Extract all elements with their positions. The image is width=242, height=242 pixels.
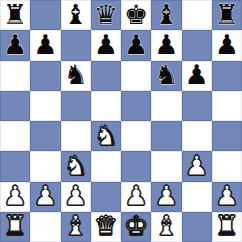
square-a6[interactable]: [0, 61, 30, 91]
square-e1[interactable]: ♚: [121, 212, 151, 242]
piece-black-king[interactable]: ♚: [124, 1, 148, 28]
piece-black-pawn[interactable]: ♟: [3, 31, 27, 58]
square-c2[interactable]: ♟: [61, 182, 91, 212]
piece-white-pawn[interactable]: ♟: [215, 182, 239, 209]
piece-black-bishop[interactable]: ♝: [64, 1, 88, 28]
piece-white-knight[interactable]: ♞: [94, 122, 118, 149]
square-h3[interactable]: [212, 151, 242, 181]
piece-white-knight[interactable]: ♞: [64, 152, 88, 179]
square-g6[interactable]: ♟: [182, 61, 212, 91]
square-b7[interactable]: ♟: [30, 30, 60, 60]
square-f4[interactable]: [151, 121, 181, 151]
piece-white-pawn[interactable]: ♟: [124, 182, 148, 209]
square-f3[interactable]: [151, 151, 181, 181]
piece-white-pawn[interactable]: ♟: [3, 182, 27, 209]
piece-white-pawn[interactable]: ♟: [185, 152, 209, 179]
square-c8[interactable]: ♝: [61, 0, 91, 30]
piece-white-pawn[interactable]: ♟: [154, 182, 178, 209]
square-e2[interactable]: ♟: [121, 182, 151, 212]
square-f6[interactable]: ♞: [151, 61, 181, 91]
piece-black-knight[interactable]: ♞: [64, 61, 88, 88]
square-e4[interactable]: [121, 121, 151, 151]
square-a1[interactable]: ♜: [0, 212, 30, 242]
square-d8[interactable]: ♛: [91, 0, 121, 30]
square-c1[interactable]: ♝: [61, 212, 91, 242]
square-h6[interactable]: [212, 61, 242, 91]
square-d5[interactable]: [91, 91, 121, 121]
square-g1[interactable]: [182, 212, 212, 242]
square-c5[interactable]: [61, 91, 91, 121]
piece-black-rook[interactable]: ♜: [3, 1, 27, 28]
piece-black-bishop[interactable]: ♝: [154, 1, 178, 28]
square-a2[interactable]: ♟: [0, 182, 30, 212]
square-f8[interactable]: ♝: [151, 0, 181, 30]
board-container: ♜♝♛♚♝♜♟♟♟♟♟♟♞♞♟♞♞♟♟♟♟♟♟♟♜♝♛♚♝♜: [0, 0, 242, 242]
square-c6[interactable]: ♞: [61, 61, 91, 91]
square-b4[interactable]: [30, 121, 60, 151]
square-a3[interactable]: [0, 151, 30, 181]
square-g3[interactable]: ♟: [182, 151, 212, 181]
square-a8[interactable]: ♜: [0, 0, 30, 30]
square-f2[interactable]: ♟: [151, 182, 181, 212]
chess-board: ♜♝♛♚♝♜♟♟♟♟♟♟♞♞♟♞♞♟♟♟♟♟♟♟♜♝♛♚♝♜: [0, 0, 242, 242]
square-d6[interactable]: [91, 61, 121, 91]
piece-white-bishop[interactable]: ♝: [64, 212, 88, 239]
square-a4[interactable]: [0, 121, 30, 151]
piece-black-knight[interactable]: ♞: [154, 61, 178, 88]
piece-white-queen[interactable]: ♛: [94, 212, 118, 239]
piece-white-pawn[interactable]: ♟: [33, 182, 57, 209]
square-b2[interactable]: ♟: [30, 182, 60, 212]
square-g7[interactable]: [182, 30, 212, 60]
square-a5[interactable]: [0, 91, 30, 121]
square-f7[interactable]: ♟: [151, 30, 181, 60]
square-d7[interactable]: ♟: [91, 30, 121, 60]
piece-white-pawn[interactable]: ♟: [64, 182, 88, 209]
piece-black-rook[interactable]: ♜: [215, 1, 239, 28]
square-b8[interactable]: [30, 0, 60, 30]
square-e7[interactable]: ♟: [121, 30, 151, 60]
square-h1[interactable]: ♜: [212, 212, 242, 242]
square-c4[interactable]: [61, 121, 91, 151]
square-g5[interactable]: [182, 91, 212, 121]
square-e6[interactable]: [121, 61, 151, 91]
piece-black-pawn[interactable]: ♟: [154, 31, 178, 58]
piece-black-pawn[interactable]: ♟: [185, 61, 209, 88]
square-c7[interactable]: [61, 30, 91, 60]
square-c3[interactable]: ♞: [61, 151, 91, 181]
square-d1[interactable]: ♛: [91, 212, 121, 242]
square-b6[interactable]: [30, 61, 60, 91]
piece-white-bishop[interactable]: ♝: [154, 212, 178, 239]
square-g2[interactable]: [182, 182, 212, 212]
square-b3[interactable]: [30, 151, 60, 181]
square-f5[interactable]: [151, 91, 181, 121]
piece-black-pawn[interactable]: ♟: [33, 31, 57, 58]
square-e3[interactable]: [121, 151, 151, 181]
square-d3[interactable]: [91, 151, 121, 181]
square-d2[interactable]: [91, 182, 121, 212]
square-h2[interactable]: ♟: [212, 182, 242, 212]
square-d4[interactable]: ♞: [91, 121, 121, 151]
piece-black-queen[interactable]: ♛: [94, 1, 118, 28]
square-h8[interactable]: ♜: [212, 0, 242, 30]
square-a7[interactable]: ♟: [0, 30, 30, 60]
piece-black-pawn[interactable]: ♟: [94, 31, 118, 58]
piece-black-pawn[interactable]: ♟: [124, 31, 148, 58]
piece-white-rook[interactable]: ♜: [3, 212, 27, 239]
piece-black-pawn[interactable]: ♟: [215, 31, 239, 58]
square-g8[interactable]: [182, 0, 212, 30]
square-h4[interactable]: [212, 121, 242, 151]
square-e8[interactable]: ♚: [121, 0, 151, 30]
square-g4[interactable]: [182, 121, 212, 151]
piece-white-king[interactable]: ♚: [124, 212, 148, 239]
square-f1[interactable]: ♝: [151, 212, 181, 242]
square-h7[interactable]: ♟: [212, 30, 242, 60]
piece-white-rook[interactable]: ♜: [215, 212, 239, 239]
square-b1[interactable]: [30, 212, 60, 242]
square-h5[interactable]: [212, 91, 242, 121]
square-b5[interactable]: [30, 91, 60, 121]
square-e5[interactable]: [121, 91, 151, 121]
